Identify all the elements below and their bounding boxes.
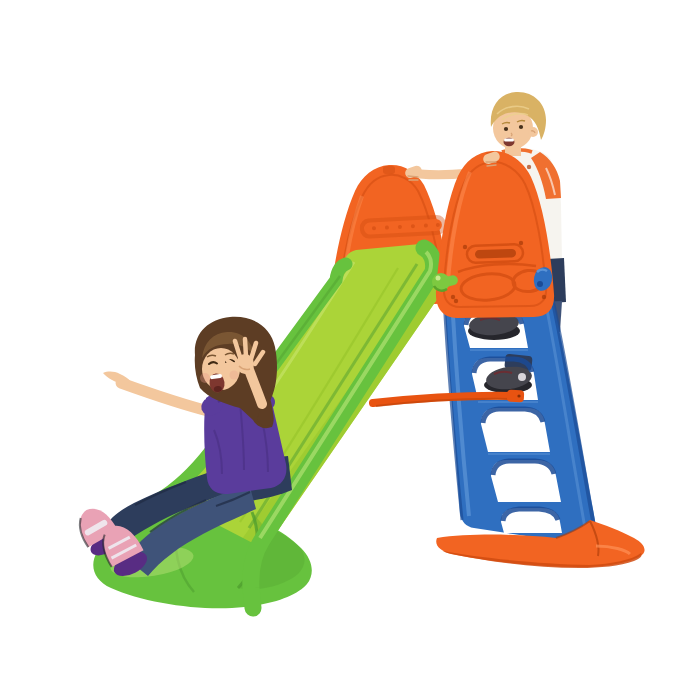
boy-ear [528,127,538,137]
panel-grip-notch [383,166,395,174]
product-photo: Product photo on a white background of t… [0,0,700,700]
slide-scene: Product photo on a white background of t… [0,0,700,700]
boy-eye-left [504,127,508,131]
boy-eye-right [519,125,523,129]
support-bar-bracket [507,390,525,403]
scene-canvas: Product photo on a white background of t… [0,0,700,700]
